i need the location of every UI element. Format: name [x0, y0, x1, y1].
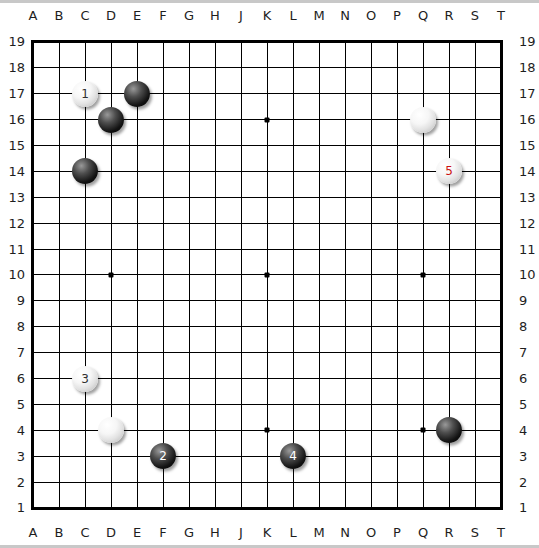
- intersection-E1[interactable]: [124, 495, 150, 521]
- intersection-N11[interactable]: [332, 236, 358, 262]
- intersection-P14[interactable]: [384, 158, 410, 184]
- intersection-J2[interactable]: [228, 469, 254, 495]
- intersection-G15[interactable]: [176, 133, 202, 159]
- intersection-R10[interactable]: [436, 262, 462, 288]
- intersection-H7[interactable]: [202, 340, 228, 366]
- intersection-L15[interactable]: [280, 133, 306, 159]
- intersection-L9[interactable]: [280, 288, 306, 314]
- intersection-E2[interactable]: [124, 469, 150, 495]
- intersection-H4[interactable]: [202, 417, 228, 443]
- intersection-N9[interactable]: [332, 288, 358, 314]
- intersection-A18[interactable]: [20, 55, 46, 81]
- intersection-Q7[interactable]: [410, 340, 436, 366]
- intersection-A14[interactable]: [20, 158, 46, 184]
- intersection-N19[interactable]: [332, 29, 358, 55]
- intersection-B8[interactable]: [46, 314, 72, 340]
- intersection-A8[interactable]: [20, 314, 46, 340]
- intersection-L2[interactable]: [280, 469, 306, 495]
- intersection-H12[interactable]: [202, 210, 228, 236]
- intersection-P13[interactable]: [384, 184, 410, 210]
- intersection-D1[interactable]: [98, 495, 124, 521]
- intersection-M8[interactable]: [306, 314, 332, 340]
- intersection-Q16[interactable]: [410, 107, 436, 133]
- intersection-C10[interactable]: [72, 262, 98, 288]
- intersection-R13[interactable]: [436, 184, 462, 210]
- intersection-F19[interactable]: [150, 29, 176, 55]
- intersection-S18[interactable]: [462, 55, 488, 81]
- intersection-L1[interactable]: [280, 495, 306, 521]
- intersection-L7[interactable]: [280, 340, 306, 366]
- intersection-S7[interactable]: [462, 340, 488, 366]
- intersection-E9[interactable]: [124, 288, 150, 314]
- intersection-T10[interactable]: [488, 262, 514, 288]
- intersection-K11[interactable]: [254, 236, 280, 262]
- intersection-E19[interactable]: [124, 29, 150, 55]
- intersection-N6[interactable]: [332, 366, 358, 392]
- intersection-M1[interactable]: [306, 495, 332, 521]
- intersection-N14[interactable]: [332, 158, 358, 184]
- intersection-E3[interactable]: [124, 443, 150, 469]
- intersection-B13[interactable]: [46, 184, 72, 210]
- intersection-R18[interactable]: [436, 55, 462, 81]
- intersection-P15[interactable]: [384, 133, 410, 159]
- intersection-R17[interactable]: [436, 81, 462, 107]
- intersection-H3[interactable]: [202, 443, 228, 469]
- intersection-R16[interactable]: [436, 107, 462, 133]
- intersection-C4[interactable]: [72, 417, 98, 443]
- intersection-E6[interactable]: [124, 366, 150, 392]
- intersection-S10[interactable]: [462, 262, 488, 288]
- intersection-M16[interactable]: [306, 107, 332, 133]
- intersection-A13[interactable]: [20, 184, 46, 210]
- intersection-D7[interactable]: [98, 340, 124, 366]
- intersection-G14[interactable]: [176, 158, 202, 184]
- intersection-Q18[interactable]: [410, 55, 436, 81]
- intersection-E15[interactable]: [124, 133, 150, 159]
- intersection-K8[interactable]: [254, 314, 280, 340]
- intersection-E5[interactable]: [124, 391, 150, 417]
- intersection-D17[interactable]: [98, 81, 124, 107]
- intersection-L4[interactable]: [280, 417, 306, 443]
- intersection-O17[interactable]: [358, 81, 384, 107]
- intersection-M17[interactable]: [306, 81, 332, 107]
- intersection-B15[interactable]: [46, 133, 72, 159]
- intersection-O3[interactable]: [358, 443, 384, 469]
- intersection-O8[interactable]: [358, 314, 384, 340]
- intersection-M5[interactable]: [306, 391, 332, 417]
- intersection-O6[interactable]: [358, 366, 384, 392]
- intersection-H2[interactable]: [202, 469, 228, 495]
- intersection-F10[interactable]: [150, 262, 176, 288]
- intersection-L14[interactable]: [280, 158, 306, 184]
- intersection-M19[interactable]: [306, 29, 332, 55]
- intersection-S16[interactable]: [462, 107, 488, 133]
- intersection-S5[interactable]: [462, 391, 488, 417]
- intersection-T1[interactable]: [488, 495, 514, 521]
- intersection-D11[interactable]: [98, 236, 124, 262]
- intersection-J13[interactable]: [228, 184, 254, 210]
- intersection-A11[interactable]: [20, 236, 46, 262]
- intersection-S8[interactable]: [462, 314, 488, 340]
- intersection-P7[interactable]: [384, 340, 410, 366]
- intersection-H9[interactable]: [202, 288, 228, 314]
- intersection-J7[interactable]: [228, 340, 254, 366]
- intersection-F6[interactable]: [150, 366, 176, 392]
- intersection-Q17[interactable]: [410, 81, 436, 107]
- intersection-H13[interactable]: [202, 184, 228, 210]
- intersection-R9[interactable]: [436, 288, 462, 314]
- intersection-F11[interactable]: [150, 236, 176, 262]
- intersection-J10[interactable]: [228, 262, 254, 288]
- intersection-O18[interactable]: [358, 55, 384, 81]
- intersection-L19[interactable]: [280, 29, 306, 55]
- intersection-T17[interactable]: [488, 81, 514, 107]
- intersection-P6[interactable]: [384, 366, 410, 392]
- intersection-S14[interactable]: [462, 158, 488, 184]
- intersection-P4[interactable]: [384, 417, 410, 443]
- intersection-A4[interactable]: [20, 417, 46, 443]
- intersection-B17[interactable]: [46, 81, 72, 107]
- intersection-T2[interactable]: [488, 469, 514, 495]
- intersection-N12[interactable]: [332, 210, 358, 236]
- intersection-H19[interactable]: [202, 29, 228, 55]
- intersection-M14[interactable]: [306, 158, 332, 184]
- intersection-P11[interactable]: [384, 236, 410, 262]
- intersection-M6[interactable]: [306, 366, 332, 392]
- intersection-O14[interactable]: [358, 158, 384, 184]
- intersection-S4[interactable]: [462, 417, 488, 443]
- intersection-L11[interactable]: [280, 236, 306, 262]
- intersection-H18[interactable]: [202, 55, 228, 81]
- intersection-A10[interactable]: [20, 262, 46, 288]
- intersection-G7[interactable]: [176, 340, 202, 366]
- intersection-B10[interactable]: [46, 262, 72, 288]
- intersection-P3[interactable]: [384, 443, 410, 469]
- intersection-J18[interactable]: [228, 55, 254, 81]
- intersection-N15[interactable]: [332, 133, 358, 159]
- intersection-T6[interactable]: [488, 366, 514, 392]
- intersection-J16[interactable]: [228, 107, 254, 133]
- intersection-F9[interactable]: [150, 288, 176, 314]
- intersection-O10[interactable]: [358, 262, 384, 288]
- intersection-B4[interactable]: [46, 417, 72, 443]
- intersection-S13[interactable]: [462, 184, 488, 210]
- intersection-R2[interactable]: [436, 469, 462, 495]
- intersection-K16[interactable]: [254, 107, 280, 133]
- intersection-Q11[interactable]: [410, 236, 436, 262]
- intersection-M12[interactable]: [306, 210, 332, 236]
- intersection-K4[interactable]: [254, 417, 280, 443]
- intersection-J4[interactable]: [228, 417, 254, 443]
- intersection-Q10[interactable]: [410, 262, 436, 288]
- intersection-N10[interactable]: [332, 262, 358, 288]
- intersection-R6[interactable]: [436, 366, 462, 392]
- intersection-N2[interactable]: [332, 469, 358, 495]
- intersection-R7[interactable]: [436, 340, 462, 366]
- intersection-M3[interactable]: [306, 443, 332, 469]
- intersection-K3[interactable]: [254, 443, 280, 469]
- intersection-S2[interactable]: [462, 469, 488, 495]
- intersection-K10[interactable]: [254, 262, 280, 288]
- intersection-N5[interactable]: [332, 391, 358, 417]
- intersection-G16[interactable]: [176, 107, 202, 133]
- intersection-O1[interactable]: [358, 495, 384, 521]
- intersection-O4[interactable]: [358, 417, 384, 443]
- intersection-T14[interactable]: [488, 158, 514, 184]
- intersection-L6[interactable]: [280, 366, 306, 392]
- intersection-O16[interactable]: [358, 107, 384, 133]
- intersection-A5[interactable]: [20, 391, 46, 417]
- intersection-D3[interactable]: [98, 443, 124, 469]
- intersection-M11[interactable]: [306, 236, 332, 262]
- intersection-G12[interactable]: [176, 210, 202, 236]
- intersection-K13[interactable]: [254, 184, 280, 210]
- intersection-J3[interactable]: [228, 443, 254, 469]
- intersection-R1[interactable]: [436, 495, 462, 521]
- intersection-C1[interactable]: [72, 495, 98, 521]
- intersection-J1[interactable]: [228, 495, 254, 521]
- intersection-J5[interactable]: [228, 391, 254, 417]
- intersection-P8[interactable]: [384, 314, 410, 340]
- intersection-H1[interactable]: [202, 495, 228, 521]
- intersection-J19[interactable]: [228, 29, 254, 55]
- intersection-K12[interactable]: [254, 210, 280, 236]
- intersection-R5[interactable]: [436, 391, 462, 417]
- intersection-J17[interactable]: [228, 81, 254, 107]
- intersection-D9[interactable]: [98, 288, 124, 314]
- intersection-G8[interactable]: [176, 314, 202, 340]
- intersection-S3[interactable]: [462, 443, 488, 469]
- intersection-Q8[interactable]: [410, 314, 436, 340]
- intersection-G17[interactable]: [176, 81, 202, 107]
- intersection-J15[interactable]: [228, 133, 254, 159]
- intersection-T16[interactable]: [488, 107, 514, 133]
- intersection-J9[interactable]: [228, 288, 254, 314]
- intersection-M7[interactable]: [306, 340, 332, 366]
- intersection-N3[interactable]: [332, 443, 358, 469]
- intersection-G6[interactable]: [176, 366, 202, 392]
- intersection-K2[interactable]: [254, 469, 280, 495]
- intersection-P12[interactable]: [384, 210, 410, 236]
- intersection-R12[interactable]: [436, 210, 462, 236]
- intersection-C5[interactable]: [72, 391, 98, 417]
- intersection-E17[interactable]: [124, 81, 150, 107]
- intersection-P9[interactable]: [384, 288, 410, 314]
- intersection-R19[interactable]: [436, 29, 462, 55]
- intersection-A9[interactable]: [20, 288, 46, 314]
- intersection-F3[interactable]: 2: [150, 443, 176, 469]
- intersection-H14[interactable]: [202, 158, 228, 184]
- intersection-E16[interactable]: [124, 107, 150, 133]
- intersection-C6[interactable]: 3: [72, 366, 98, 392]
- intersection-C14[interactable]: [72, 158, 98, 184]
- intersection-A3[interactable]: [20, 443, 46, 469]
- intersection-L5[interactable]: [280, 391, 306, 417]
- intersection-Q2[interactable]: [410, 469, 436, 495]
- intersection-E8[interactable]: [124, 314, 150, 340]
- intersection-N13[interactable]: [332, 184, 358, 210]
- intersection-E14[interactable]: [124, 158, 150, 184]
- intersection-P19[interactable]: [384, 29, 410, 55]
- intersection-M15[interactable]: [306, 133, 332, 159]
- intersection-O2[interactable]: [358, 469, 384, 495]
- intersection-G19[interactable]: [176, 29, 202, 55]
- intersection-T8[interactable]: [488, 314, 514, 340]
- intersection-T11[interactable]: [488, 236, 514, 262]
- intersection-G4[interactable]: [176, 417, 202, 443]
- intersection-H16[interactable]: [202, 107, 228, 133]
- intersection-Q9[interactable]: [410, 288, 436, 314]
- intersection-C19[interactable]: [72, 29, 98, 55]
- intersection-L17[interactable]: [280, 81, 306, 107]
- intersection-K17[interactable]: [254, 81, 280, 107]
- intersection-L8[interactable]: [280, 314, 306, 340]
- intersection-K15[interactable]: [254, 133, 280, 159]
- intersection-A2[interactable]: [20, 469, 46, 495]
- intersection-F17[interactable]: [150, 81, 176, 107]
- intersection-N7[interactable]: [332, 340, 358, 366]
- intersection-J14[interactable]: [228, 158, 254, 184]
- intersection-P18[interactable]: [384, 55, 410, 81]
- intersection-T5[interactable]: [488, 391, 514, 417]
- intersection-K9[interactable]: [254, 288, 280, 314]
- intersection-C11[interactable]: [72, 236, 98, 262]
- intersection-S1[interactable]: [462, 495, 488, 521]
- intersection-C9[interactable]: [72, 288, 98, 314]
- intersection-N1[interactable]: [332, 495, 358, 521]
- intersection-O9[interactable]: [358, 288, 384, 314]
- intersection-T9[interactable]: [488, 288, 514, 314]
- intersection-D2[interactable]: [98, 469, 124, 495]
- intersection-Q3[interactable]: [410, 443, 436, 469]
- intersection-F15[interactable]: [150, 133, 176, 159]
- intersection-K1[interactable]: [254, 495, 280, 521]
- intersection-O13[interactable]: [358, 184, 384, 210]
- intersection-L16[interactable]: [280, 107, 306, 133]
- intersection-R8[interactable]: [436, 314, 462, 340]
- intersection-C3[interactable]: [72, 443, 98, 469]
- intersection-H6[interactable]: [202, 366, 228, 392]
- intersection-P10[interactable]: [384, 262, 410, 288]
- intersection-R14[interactable]: 5: [436, 158, 462, 184]
- intersection-T19[interactable]: [488, 29, 514, 55]
- intersection-B11[interactable]: [46, 236, 72, 262]
- intersection-L12[interactable]: [280, 210, 306, 236]
- intersection-P5[interactable]: [384, 391, 410, 417]
- intersection-D19[interactable]: [98, 29, 124, 55]
- intersection-E11[interactable]: [124, 236, 150, 262]
- intersection-M13[interactable]: [306, 184, 332, 210]
- intersection-F16[interactable]: [150, 107, 176, 133]
- intersection-B5[interactable]: [46, 391, 72, 417]
- intersection-R11[interactable]: [436, 236, 462, 262]
- intersection-P17[interactable]: [384, 81, 410, 107]
- intersection-N8[interactable]: [332, 314, 358, 340]
- intersection-E12[interactable]: [124, 210, 150, 236]
- intersection-H8[interactable]: [202, 314, 228, 340]
- intersection-G2[interactable]: [176, 469, 202, 495]
- intersection-B2[interactable]: [46, 469, 72, 495]
- intersection-T4[interactable]: [488, 417, 514, 443]
- intersection-D4[interactable]: [98, 417, 124, 443]
- intersection-K19[interactable]: [254, 29, 280, 55]
- intersection-G11[interactable]: [176, 236, 202, 262]
- intersection-B6[interactable]: [46, 366, 72, 392]
- intersection-A15[interactable]: [20, 133, 46, 159]
- intersection-E10[interactable]: [124, 262, 150, 288]
- intersection-P16[interactable]: [384, 107, 410, 133]
- intersection-O7[interactable]: [358, 340, 384, 366]
- intersection-N16[interactable]: [332, 107, 358, 133]
- intersection-A6[interactable]: [20, 366, 46, 392]
- intersection-H11[interactable]: [202, 236, 228, 262]
- intersection-S17[interactable]: [462, 81, 488, 107]
- intersection-H10[interactable]: [202, 262, 228, 288]
- intersection-M18[interactable]: [306, 55, 332, 81]
- intersection-M10[interactable]: [306, 262, 332, 288]
- intersection-B9[interactable]: [46, 288, 72, 314]
- intersection-A12[interactable]: [20, 210, 46, 236]
- intersection-G18[interactable]: [176, 55, 202, 81]
- intersection-F13[interactable]: [150, 184, 176, 210]
- intersection-B14[interactable]: [46, 158, 72, 184]
- intersection-E7[interactable]: [124, 340, 150, 366]
- intersection-R4[interactable]: [436, 417, 462, 443]
- intersection-O12[interactable]: [358, 210, 384, 236]
- intersection-L13[interactable]: [280, 184, 306, 210]
- intersection-L18[interactable]: [280, 55, 306, 81]
- intersection-K7[interactable]: [254, 340, 280, 366]
- intersection-J12[interactable]: [228, 210, 254, 236]
- intersection-A7[interactable]: [20, 340, 46, 366]
- intersection-G9[interactable]: [176, 288, 202, 314]
- intersection-D13[interactable]: [98, 184, 124, 210]
- intersection-Q19[interactable]: [410, 29, 436, 55]
- intersection-F18[interactable]: [150, 55, 176, 81]
- intersection-C13[interactable]: [72, 184, 98, 210]
- intersection-H15[interactable]: [202, 133, 228, 159]
- intersection-C16[interactable]: [72, 107, 98, 133]
- intersection-A19[interactable]: [20, 29, 46, 55]
- intersection-N18[interactable]: [332, 55, 358, 81]
- intersection-D14[interactable]: [98, 158, 124, 184]
- intersection-G3[interactable]: [176, 443, 202, 469]
- intersection-Q4[interactable]: [410, 417, 436, 443]
- intersection-F12[interactable]: [150, 210, 176, 236]
- intersection-C8[interactable]: [72, 314, 98, 340]
- intersection-O15[interactable]: [358, 133, 384, 159]
- intersection-A1[interactable]: [20, 495, 46, 521]
- intersection-E4[interactable]: [124, 417, 150, 443]
- intersection-Q1[interactable]: [410, 495, 436, 521]
- intersection-B19[interactable]: [46, 29, 72, 55]
- intersection-G13[interactable]: [176, 184, 202, 210]
- intersection-A16[interactable]: [20, 107, 46, 133]
- intersection-S19[interactable]: [462, 29, 488, 55]
- intersection-G1[interactable]: [176, 495, 202, 521]
- intersection-M2[interactable]: [306, 469, 332, 495]
- intersection-P2[interactable]: [384, 469, 410, 495]
- intersection-G10[interactable]: [176, 262, 202, 288]
- intersection-D15[interactable]: [98, 133, 124, 159]
- intersection-C7[interactable]: [72, 340, 98, 366]
- intersection-C12[interactable]: [72, 210, 98, 236]
- intersection-S6[interactable]: [462, 366, 488, 392]
- intersection-B7[interactable]: [46, 340, 72, 366]
- intersection-T7[interactable]: [488, 340, 514, 366]
- intersection-Q13[interactable]: [410, 184, 436, 210]
- intersection-B1[interactable]: [46, 495, 72, 521]
